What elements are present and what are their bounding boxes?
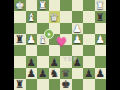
square-f1[interactable]: ♜	[37, 0, 49, 11]
square-d1[interactable]	[60, 0, 72, 11]
heart-reaction-icon: ♥	[56, 36, 67, 48]
piece-white-bishop[interactable]: ♝	[27, 11, 36, 22]
square-f7[interactable]: ♟	[37, 68, 49, 79]
piece-white-king[interactable]: ♚	[15, 0, 24, 10]
square-h5[interactable]	[14, 45, 26, 56]
piece-white-rook[interactable]: ♜	[38, 0, 47, 10]
square-g8[interactable]	[26, 79, 38, 90]
piece-black-pawn[interactable]: ♟	[38, 67, 47, 78]
piece-black-rook[interactable]: ♜	[96, 11, 105, 22]
piece-white-pawn[interactable]: ♟	[27, 34, 36, 45]
square-c7[interactable]	[72, 68, 84, 79]
square-d3[interactable]	[60, 23, 72, 34]
square-h8[interactable]: ♜	[14, 79, 26, 90]
square-d8[interactable]: ♚	[60, 79, 72, 90]
piece-white-queen[interactable]: ♛	[50, 11, 59, 22]
square-e8[interactable]	[49, 79, 61, 90]
square-b2[interactable]	[83, 11, 95, 22]
square-c1[interactable]	[72, 0, 84, 11]
channel-watermark: YBF	[63, 56, 78, 62]
square-g4[interactable]: ♟	[26, 34, 38, 45]
square-h2[interactable]	[14, 11, 26, 22]
square-b4[interactable]	[83, 34, 95, 45]
video-frame: ♚♜♜♝♛♜♟♜♟♝♟♟♟♟♟♟♟♞♛♟♟♜♚ ★ ♥ YBF	[0, 0, 120, 90]
piece-black-pawn[interactable]: ♟	[50, 56, 59, 67]
square-f5[interactable]	[37, 45, 49, 56]
square-b7[interactable]: ♟	[83, 68, 95, 79]
pillarbox-left	[0, 0, 14, 90]
square-g2[interactable]: ♝	[26, 11, 38, 22]
pillarbox-right	[106, 0, 120, 90]
piece-black-pawn[interactable]: ♟	[27, 56, 36, 67]
square-c8[interactable]	[72, 79, 84, 90]
piece-white-rook[interactable]: ♜	[96, 0, 105, 10]
square-h1[interactable]: ♚	[14, 0, 26, 11]
piece-black-queen[interactable]: ♛	[61, 67, 70, 78]
square-a7[interactable]: ♟	[95, 68, 107, 79]
piece-black-rook[interactable]: ♜	[15, 34, 24, 45]
piece-black-king[interactable]: ♚	[61, 79, 70, 90]
piece-black-rook[interactable]: ♜	[15, 79, 24, 90]
piece-white-pawn[interactable]: ♟	[96, 34, 105, 45]
square-f8[interactable]	[37, 79, 49, 90]
square-h4[interactable]: ♜	[14, 34, 26, 45]
square-b3[interactable]	[83, 23, 95, 34]
square-e7[interactable]: ♞	[49, 68, 61, 79]
best-move-badge-icon: ★	[44, 29, 54, 39]
square-h6[interactable]	[14, 56, 26, 67]
square-a2[interactable]: ♜	[95, 11, 107, 22]
square-d2[interactable]	[60, 11, 72, 22]
piece-white-pawn[interactable]: ♟	[73, 22, 82, 33]
piece-black-pawn[interactable]: ♟	[96, 67, 105, 78]
square-b5[interactable]	[83, 45, 95, 56]
piece-black-pawn[interactable]: ♟	[84, 67, 93, 78]
square-a5[interactable]	[95, 45, 107, 56]
square-a4[interactable]: ♟	[95, 34, 107, 45]
square-a8[interactable]	[95, 79, 107, 90]
square-c4[interactable]: ♟	[72, 34, 84, 45]
piece-black-knight[interactable]: ♞	[50, 67, 59, 78]
square-b8[interactable]	[83, 79, 95, 90]
square-e2[interactable]: ♛	[49, 11, 61, 22]
square-f2[interactable]	[37, 11, 49, 22]
piece-white-pawn[interactable]: ♟	[73, 34, 82, 45]
piece-black-pawn[interactable]: ♟	[27, 67, 36, 78]
square-b1[interactable]	[83, 0, 95, 11]
square-g7[interactable]: ♟	[26, 68, 38, 79]
